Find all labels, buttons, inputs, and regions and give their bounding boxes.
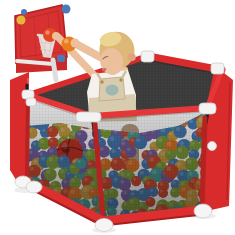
bib-print	[106, 85, 119, 96]
held-ball-1-highlight	[45, 30, 49, 34]
pole-clamp-blue	[57, 55, 65, 62]
foot-east	[194, 204, 212, 218]
pit-ball-highlight	[40, 210, 43, 213]
pit-ball	[14, 196, 28, 210]
pit-ball	[26, 211, 37, 222]
scene	[0, 0, 235, 235]
connector-back-right	[211, 63, 224, 74]
corner-cap-yellow	[17, 16, 26, 25]
pit-ball-highlight	[17, 198, 22, 203]
side-clip-knob	[208, 142, 217, 151]
pit-ball-highlight	[34, 200, 37, 203]
corner-cap-blue	[62, 5, 71, 14]
toddler-hand-1	[52, 32, 60, 40]
toddler-hand-2	[71, 39, 80, 48]
product-photo	[0, 0, 235, 235]
bib-button-2	[119, 78, 122, 81]
east-post	[202, 118, 205, 208]
connector-west-2	[26, 98, 36, 106]
held-ball-2-highlight	[64, 39, 69, 44]
foot-center	[95, 219, 113, 232]
connector-center-front	[76, 112, 101, 122]
foot-west-2	[26, 181, 42, 193]
pit-ball	[39, 208, 49, 218]
connector-back-left	[141, 51, 154, 62]
west-post	[27, 97, 28, 182]
pit-ball-highlight	[40, 200, 45, 205]
backboard-pole	[53, 60, 56, 80]
pit-ball-highlight	[20, 207, 24, 211]
pit-ball	[44, 207, 56, 219]
pit-ball	[32, 198, 43, 209]
pit-ball-highlight	[46, 209, 50, 213]
pit-ball-highlight	[28, 212, 32, 216]
corner-cap-blue-small	[21, 9, 27, 15]
pit-ball-highlight	[23, 192, 27, 196]
pit-ball	[38, 198, 53, 213]
bib-button-1	[100, 80, 103, 83]
connector-east	[199, 103, 216, 114]
pit-ball	[18, 205, 31, 218]
pit-ball-highlight	[56, 212, 60, 216]
pit-ball	[53, 210, 67, 224]
